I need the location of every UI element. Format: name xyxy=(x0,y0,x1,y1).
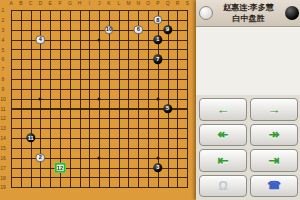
board-point-N17 xyxy=(133,163,143,173)
board-point-N16 xyxy=(133,153,143,163)
board-point-C18 xyxy=(26,173,36,183)
board-point-E8 xyxy=(45,74,55,84)
board-point-I11 xyxy=(84,104,94,114)
board-point-K1 xyxy=(104,5,114,15)
board-point-L15 xyxy=(114,143,124,153)
board-point-M9 xyxy=(124,84,134,94)
board-point-D6 xyxy=(36,54,46,64)
board-point-G3 xyxy=(65,25,75,35)
board-point-I14 xyxy=(84,133,94,143)
board-point-M19 xyxy=(124,182,134,192)
board-point-Q18 xyxy=(163,173,173,183)
board-point-K19 xyxy=(104,182,114,192)
white-stone-icon xyxy=(199,6,213,20)
board-point-H8 xyxy=(75,74,85,84)
board-point-B2 xyxy=(16,15,26,25)
stone-white-10: 10 xyxy=(104,25,113,34)
board-point-S16 xyxy=(182,153,192,163)
board-point-R6 xyxy=(172,54,182,64)
board-point-H15 xyxy=(75,143,85,153)
board-point-G19 xyxy=(65,182,75,192)
board-point-R13 xyxy=(172,123,182,133)
board-point-O3 xyxy=(143,25,153,35)
board-point-F7 xyxy=(55,64,65,74)
board-point-A1 xyxy=(6,5,16,15)
row-label-19: 19 xyxy=(0,184,6,190)
board-point-J15 xyxy=(94,143,104,153)
board-point-F8 xyxy=(55,74,65,84)
board-point-B9 xyxy=(16,84,26,94)
board-point-E4 xyxy=(45,35,55,45)
board-point-A3 xyxy=(6,25,16,35)
board-point-L19 xyxy=(114,182,124,192)
board-point-M8 xyxy=(124,74,134,84)
board-point-E9 xyxy=(45,84,55,94)
board-point-G15 xyxy=(65,143,75,153)
board-point-F3 xyxy=(55,25,65,35)
board-point-H10 xyxy=(75,94,85,104)
board-point-K4 xyxy=(104,35,114,45)
board-point-O14 xyxy=(143,133,153,143)
board-point-E2 xyxy=(45,15,55,25)
board-point-G16 xyxy=(65,153,75,163)
board-point-O9 xyxy=(143,84,153,94)
row-label-17: 17 xyxy=(0,165,6,171)
board-point-N1 xyxy=(133,5,143,15)
board-point-O16 xyxy=(143,153,153,163)
board-point-F14 xyxy=(55,133,65,143)
board-point-I15 xyxy=(84,143,94,153)
row-label-15: 15 xyxy=(0,145,6,151)
board-point-G9 xyxy=(65,84,75,94)
board-point-K8 xyxy=(104,74,114,84)
board-point-A4 xyxy=(6,35,16,45)
board-point-D11 xyxy=(36,104,46,114)
board-point-K18 xyxy=(104,173,114,183)
board-point-O6 xyxy=(143,54,153,64)
board-point-J16 xyxy=(94,153,104,163)
board-point-A13 xyxy=(6,123,16,133)
stone-black-5: 5 xyxy=(163,104,172,113)
board-point-C14: 11 xyxy=(26,133,36,143)
board-point-L2 xyxy=(114,15,124,25)
board-point-J4 xyxy=(94,35,104,45)
board-point-L13 xyxy=(114,123,124,133)
board-point-J11 xyxy=(94,104,104,114)
board-point-C9 xyxy=(26,84,36,94)
board-point-I10 xyxy=(84,94,94,104)
go-to-end-button[interactable]: ⇥ xyxy=(250,149,298,172)
back-many-button[interactable]: ↞ xyxy=(199,124,247,147)
board-point-K16 xyxy=(104,153,114,163)
board-point-B10 xyxy=(16,94,26,104)
row-label-18: 18 xyxy=(0,175,6,181)
board-point-R5 xyxy=(172,45,182,55)
board-point-Q16 xyxy=(163,153,173,163)
board-point-P19 xyxy=(153,182,163,192)
board-point-F11 xyxy=(55,104,65,114)
board-point-C17 xyxy=(26,163,36,173)
board-point-A11 xyxy=(6,104,16,114)
board-point-F19 xyxy=(55,182,65,192)
board-point-E7 xyxy=(45,64,55,74)
row-label-12: 12 xyxy=(0,115,6,121)
back-many-icon: ↞ xyxy=(218,127,229,142)
board-point-H6 xyxy=(75,54,85,64)
board-point-I19 xyxy=(84,182,94,192)
board-point-C3 xyxy=(26,25,36,35)
board-point-R2 xyxy=(172,15,182,25)
board-point-P17: 3 xyxy=(153,163,163,173)
board-point-G5 xyxy=(65,45,75,55)
stone-black-1: 1 xyxy=(153,35,162,44)
board-point-F13 xyxy=(55,123,65,133)
board-point-Q19 xyxy=(163,182,173,192)
board-point-P6: 7 xyxy=(153,54,163,64)
board-point-C12 xyxy=(26,113,36,123)
board-point-O18 xyxy=(143,173,153,183)
board-point-K5 xyxy=(104,45,114,55)
board-point-C10 xyxy=(26,94,36,104)
board-point-A16 xyxy=(6,153,16,163)
board-point-M13 xyxy=(124,123,134,133)
go-to-start-icon: ⇤ xyxy=(218,153,229,168)
row-label-11: 11 xyxy=(0,106,6,112)
board-point-K17 xyxy=(104,163,114,173)
board-point-I5 xyxy=(84,45,94,55)
board-point-S17 xyxy=(182,163,192,173)
stone-white-6: 6 xyxy=(134,25,143,34)
board-point-P16 xyxy=(153,153,163,163)
board-point-O15 xyxy=(143,143,153,153)
board-point-S3 xyxy=(182,25,192,35)
board-point-Q6 xyxy=(163,54,173,64)
board-point-A2 xyxy=(6,15,16,25)
row-label-3: 3 xyxy=(0,27,6,33)
board-point-R18 xyxy=(172,173,182,183)
board-point-P5 xyxy=(153,45,163,55)
board-point-M10 xyxy=(124,94,134,104)
row-label-2: 2 xyxy=(0,17,6,23)
board-point-G17 xyxy=(65,163,75,173)
board-point-I16 xyxy=(84,153,94,163)
board-point-N13 xyxy=(133,123,143,133)
stone-white-12: 12 xyxy=(55,162,66,173)
board-point-C4 xyxy=(26,35,36,45)
board-point-M15 xyxy=(124,143,134,153)
stone-white-8: 8 xyxy=(153,15,162,24)
row-label-1: 1 xyxy=(0,7,6,13)
board-point-F5 xyxy=(55,45,65,55)
stone-black-9: 9 xyxy=(163,25,172,34)
board-point-M16 xyxy=(124,153,134,163)
board-point-S12 xyxy=(182,113,192,123)
board-point-H3 xyxy=(75,25,85,35)
board-point-Q7 xyxy=(163,64,173,74)
forward-many-button[interactable]: ↠ xyxy=(250,124,298,147)
board-point-P1 xyxy=(153,5,163,15)
stone-white-4: 4 xyxy=(36,35,45,44)
board-point-I4 xyxy=(84,35,94,45)
board-point-L14 xyxy=(114,133,124,143)
board-point-S19 xyxy=(182,182,192,192)
board-point-Q10 xyxy=(163,94,173,104)
board-point-D2 xyxy=(36,15,46,25)
prev-move-button[interactable]: ← xyxy=(199,98,247,121)
stone-white-2: 2 xyxy=(36,153,45,162)
board-point-B11 xyxy=(16,104,26,114)
board-point-A18 xyxy=(6,173,16,183)
board-point-P18 xyxy=(153,173,163,183)
board-point-D5 xyxy=(36,45,46,55)
board-point-R9 xyxy=(172,84,182,94)
board-point-D14 xyxy=(36,133,46,143)
board-point-Q9 xyxy=(163,84,173,94)
board-point-F6 xyxy=(55,54,65,64)
row-label-16: 16 xyxy=(0,155,6,161)
board-point-J12 xyxy=(94,113,104,123)
board-point-M12 xyxy=(124,113,134,123)
board-point-L18 xyxy=(114,173,124,183)
board-point-G14 xyxy=(65,133,75,143)
board-point-Q11: 5 xyxy=(163,104,173,114)
board-point-Q12 xyxy=(163,113,173,123)
board-point-O11 xyxy=(143,104,153,114)
board-point-A15 xyxy=(6,143,16,153)
board-point-N14 xyxy=(133,133,143,143)
game-info-text: 赵惠连:李多慧 白中盘胜 xyxy=(214,3,283,24)
board-point-J3 xyxy=(94,25,104,35)
board-point-I7 xyxy=(84,64,94,74)
board-point-B12 xyxy=(16,113,26,123)
board-point-C5 xyxy=(26,45,36,55)
board-point-S11 xyxy=(182,104,192,114)
board-point-Q2 xyxy=(163,15,173,25)
board-point-I3 xyxy=(84,25,94,35)
board-point-D7 xyxy=(36,64,46,74)
board-point-R16 xyxy=(172,153,182,163)
board-point-S8 xyxy=(182,74,192,84)
board-point-C16 xyxy=(26,153,36,163)
board-point-N5 xyxy=(133,45,143,55)
board-point-J13 xyxy=(94,123,104,133)
board-point-E10 xyxy=(45,94,55,104)
board-point-I9 xyxy=(84,84,94,94)
board-point-O17 xyxy=(143,163,153,173)
board-point-M7 xyxy=(124,64,134,74)
sound-button[interactable]: Ω xyxy=(199,175,247,198)
board-point-B14 xyxy=(16,133,26,143)
board-point-K11 xyxy=(104,104,114,114)
board-point-B5 xyxy=(16,45,26,55)
board-point-J6 xyxy=(94,54,104,64)
board-point-J1 xyxy=(94,5,104,15)
board-point-H9 xyxy=(75,84,85,94)
sound-icon: Ω xyxy=(218,179,228,193)
next-move-icon: → xyxy=(268,102,281,117)
board-point-P11 xyxy=(153,104,163,114)
board-point-H5 xyxy=(75,45,85,55)
board-point-K7 xyxy=(104,64,114,74)
board-point-D4: 4 xyxy=(36,35,46,45)
board-point-O7 xyxy=(143,64,153,74)
board-point-F10 xyxy=(55,94,65,104)
board-point-E18 xyxy=(45,173,55,183)
board-point-E15 xyxy=(45,143,55,153)
board-point-P10 xyxy=(153,94,163,104)
board-point-L10 xyxy=(114,94,124,104)
go-to-end-icon: ⇥ xyxy=(269,153,280,168)
board-point-D16: 2 xyxy=(36,153,46,163)
board-point-K9 xyxy=(104,84,114,94)
board-point-S18 xyxy=(182,173,192,183)
stone-black-11: 11 xyxy=(26,133,35,142)
board-point-P4: 1 xyxy=(153,35,163,45)
board-point-K10 xyxy=(104,94,114,104)
board-point-H2 xyxy=(75,15,85,25)
board-point-D8 xyxy=(36,74,46,84)
board-point-M11 xyxy=(124,104,134,114)
board-point-G11 xyxy=(65,104,75,114)
board-point-C11 xyxy=(26,104,36,114)
board-point-G12 xyxy=(65,113,75,123)
board-point-S10 xyxy=(182,94,192,104)
board-point-H16 xyxy=(75,153,85,163)
board-point-E3 xyxy=(45,25,55,35)
board-point-M1 xyxy=(124,5,134,15)
board-point-M5 xyxy=(124,45,134,55)
board-point-Q3: 9 xyxy=(163,25,173,35)
board-point-Q8 xyxy=(163,74,173,84)
board-point-A9 xyxy=(6,84,16,94)
board-point-F9 xyxy=(55,84,65,94)
board-point-R17 xyxy=(172,163,182,173)
board-point-E17 xyxy=(45,163,55,173)
board-point-I2 xyxy=(84,15,94,25)
board-point-H11 xyxy=(75,104,85,114)
call-button[interactable]: ☎ xyxy=(250,175,298,198)
board-point-Q13 xyxy=(163,123,173,133)
board-point-L6 xyxy=(114,54,124,64)
board-point-J14 xyxy=(94,133,104,143)
board-point-A14 xyxy=(6,133,16,143)
board-point-E6 xyxy=(45,54,55,64)
board-point-A8 xyxy=(6,74,16,84)
board-point-L3 xyxy=(114,25,124,35)
row-label-5: 5 xyxy=(0,47,6,53)
board-point-O10 xyxy=(143,94,153,104)
board-point-N11 xyxy=(133,104,143,114)
board-point-A19 xyxy=(6,182,16,192)
board-point-S2 xyxy=(182,15,192,25)
game-info-header: 赵惠连:李多慧 白中盘胜 xyxy=(196,0,300,27)
board-point-S13 xyxy=(182,123,192,133)
board-point-R19 xyxy=(172,182,182,192)
board-point-N4 xyxy=(133,35,143,45)
row-label-7: 7 xyxy=(0,66,6,72)
board-point-A5 xyxy=(6,45,16,55)
board-point-O12 xyxy=(143,113,153,123)
board-point-I17 xyxy=(84,163,94,173)
board-point-B7 xyxy=(16,64,26,74)
board-point-K14 xyxy=(104,133,114,143)
call-icon: ☎ xyxy=(267,179,281,192)
board-point-S6 xyxy=(182,54,192,64)
board-point-N3: 6 xyxy=(133,25,143,35)
board-point-J7 xyxy=(94,64,104,74)
board-point-G18 xyxy=(65,173,75,183)
row-label-6: 6 xyxy=(0,56,6,62)
forward-many-icon: ↠ xyxy=(269,127,280,142)
board-point-H4 xyxy=(75,35,85,45)
board-point-S15 xyxy=(182,143,192,153)
board-point-I13 xyxy=(84,123,94,133)
board-point-I12 xyxy=(84,113,94,123)
board-point-L16 xyxy=(114,153,124,163)
board-point-E13 xyxy=(45,123,55,133)
board-point-P2: 8 xyxy=(153,15,163,25)
board-point-B17 xyxy=(16,163,26,173)
board-point-I1 xyxy=(84,5,94,15)
row-label-10: 10 xyxy=(0,96,6,102)
board-point-C13 xyxy=(26,123,36,133)
board-point-H12 xyxy=(75,113,85,123)
board-point-M3 xyxy=(124,25,134,35)
board-point-B4 xyxy=(16,35,26,45)
row-label-14: 14 xyxy=(0,135,6,141)
board-point-H7 xyxy=(75,64,85,74)
board-point-C15 xyxy=(26,143,36,153)
go-board[interactable]: ABCDEFGHIJKLMNOPQRS 12345678910111213141… xyxy=(0,0,196,200)
board-point-R12 xyxy=(172,113,182,123)
navigation-controls: ←→↞↠⇤⇥Ω☎ xyxy=(196,95,300,200)
board-point-E5 xyxy=(45,45,55,55)
row-label-4: 4 xyxy=(0,37,6,43)
next-move-button[interactable]: → xyxy=(250,98,298,121)
stone-black-7: 7 xyxy=(153,55,162,64)
board-point-B1 xyxy=(16,5,26,15)
board-point-N15 xyxy=(133,143,143,153)
board-point-O19 xyxy=(143,182,153,192)
board-point-P15 xyxy=(153,143,163,153)
board-point-S4 xyxy=(182,35,192,45)
board-point-G6 xyxy=(65,54,75,64)
board-point-G7 xyxy=(65,64,75,74)
board-point-O2 xyxy=(143,15,153,25)
board-point-C19 xyxy=(26,182,36,192)
board-point-E11 xyxy=(45,104,55,114)
board-point-J17 xyxy=(94,163,104,173)
board-grid: 810694175112123 xyxy=(6,5,192,192)
board-point-B8 xyxy=(16,74,26,84)
go-to-start-button[interactable]: ⇤ xyxy=(199,149,247,172)
board-point-F15 xyxy=(55,143,65,153)
board-point-H19 xyxy=(75,182,85,192)
board-point-R1 xyxy=(172,5,182,15)
board-point-S5 xyxy=(182,45,192,55)
board-point-G8 xyxy=(65,74,75,84)
board-point-J2 xyxy=(94,15,104,25)
board-point-S9 xyxy=(182,84,192,94)
board-point-G10 xyxy=(65,94,75,104)
board-point-Q17 xyxy=(163,163,173,173)
board-point-Q5 xyxy=(163,45,173,55)
board-point-L4 xyxy=(114,35,124,45)
board-point-R3 xyxy=(172,25,182,35)
players-names: 赵惠连:李多慧 xyxy=(214,3,283,14)
board-point-N7 xyxy=(133,64,143,74)
board-point-N9 xyxy=(133,84,143,94)
